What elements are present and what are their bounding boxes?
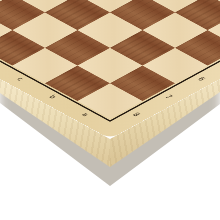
file-label-c: c: [15, 77, 24, 82]
rank-label-7: 7: [163, 95, 172, 100]
rank-label-8: 8: [131, 112, 140, 117]
file-label-a: a: [80, 112, 89, 117]
rank-label-6: 6: [196, 77, 205, 82]
file-label-b: b: [47, 95, 56, 100]
chessboard-product-photo: hgfedcba 12345678: [0, 0, 220, 220]
